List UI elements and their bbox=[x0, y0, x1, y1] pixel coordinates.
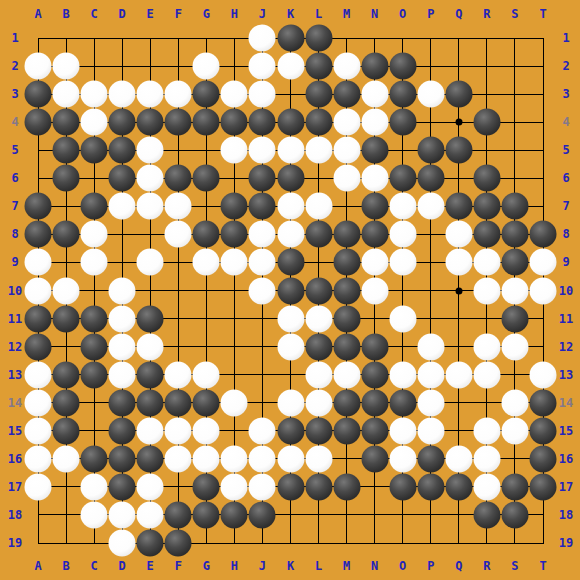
col-label-bottom-R: R bbox=[483, 560, 490, 572]
row-label-left-19: 19 bbox=[8, 537, 22, 549]
stone-black bbox=[305, 277, 332, 304]
stone-white bbox=[193, 53, 220, 80]
col-label-top-A: A bbox=[34, 8, 41, 20]
row-label-left-18: 18 bbox=[8, 509, 22, 521]
stone-white bbox=[193, 249, 220, 276]
stone-white bbox=[305, 361, 332, 388]
col-label-top-N: N bbox=[371, 8, 378, 20]
stone-black bbox=[333, 305, 360, 332]
stone-black bbox=[53, 165, 80, 192]
stone-black bbox=[193, 165, 220, 192]
stone-black bbox=[137, 305, 164, 332]
stone-white bbox=[81, 221, 108, 248]
stone-black bbox=[25, 109, 52, 136]
stone-white bbox=[361, 109, 388, 136]
col-label-top-R: R bbox=[483, 8, 490, 20]
col-label-bottom-N: N bbox=[371, 560, 378, 572]
stone-white bbox=[81, 249, 108, 276]
stone-black bbox=[305, 473, 332, 500]
stone-white bbox=[137, 165, 164, 192]
col-label-top-E: E bbox=[147, 8, 154, 20]
stone-black bbox=[109, 445, 136, 472]
row-label-left-6: 6 bbox=[11, 172, 18, 184]
row-label-left-3: 3 bbox=[11, 88, 18, 100]
row-label-left-15: 15 bbox=[8, 425, 22, 437]
stone-white bbox=[417, 81, 444, 108]
stone-white bbox=[53, 445, 80, 472]
stone-white bbox=[305, 445, 332, 472]
stone-white bbox=[501, 333, 528, 360]
col-label-bottom-J: J bbox=[259, 560, 266, 572]
row-label-right-12: 12 bbox=[559, 341, 573, 353]
stone-black bbox=[137, 361, 164, 388]
stone-white bbox=[221, 81, 248, 108]
col-label-bottom-A: A bbox=[34, 560, 41, 572]
col-label-bottom-P: P bbox=[427, 560, 434, 572]
row-label-left-11: 11 bbox=[8, 313, 22, 325]
stone-white bbox=[277, 137, 304, 164]
row-label-left-7: 7 bbox=[11, 200, 18, 212]
stone-black bbox=[445, 193, 472, 220]
stone-black bbox=[25, 81, 52, 108]
row-label-left-17: 17 bbox=[8, 481, 22, 493]
stone-black bbox=[333, 333, 360, 360]
stone-white bbox=[417, 417, 444, 444]
stone-white bbox=[109, 530, 136, 557]
stone-black bbox=[473, 501, 500, 528]
col-label-top-S: S bbox=[511, 8, 518, 20]
stone-black bbox=[530, 473, 557, 500]
col-label-top-D: D bbox=[119, 8, 126, 20]
stone-black bbox=[361, 445, 388, 472]
stone-white bbox=[25, 473, 52, 500]
row-label-right-19: 19 bbox=[559, 537, 573, 549]
stone-white bbox=[473, 333, 500, 360]
stone-white bbox=[165, 361, 192, 388]
stone-black bbox=[221, 109, 248, 136]
stone-white bbox=[473, 445, 500, 472]
stone-black bbox=[501, 501, 528, 528]
stone-black bbox=[25, 333, 52, 360]
stone-black bbox=[473, 193, 500, 220]
stone-black bbox=[389, 109, 416, 136]
stone-white bbox=[473, 249, 500, 276]
stone-black bbox=[25, 305, 52, 332]
stone-white bbox=[305, 193, 332, 220]
stone-white bbox=[305, 305, 332, 332]
stone-white bbox=[221, 445, 248, 472]
stone-black bbox=[389, 165, 416, 192]
row-label-left-4: 4 bbox=[11, 116, 18, 128]
stone-black bbox=[501, 221, 528, 248]
stone-black bbox=[165, 389, 192, 416]
stone-black bbox=[305, 109, 332, 136]
stone-black bbox=[249, 501, 276, 528]
col-label-top-H: H bbox=[231, 8, 238, 20]
stone-white bbox=[249, 445, 276, 472]
stone-black bbox=[530, 221, 557, 248]
stone-black bbox=[249, 193, 276, 220]
stone-black bbox=[445, 137, 472, 164]
row-label-right-18: 18 bbox=[559, 509, 573, 521]
row-label-right-1: 1 bbox=[562, 32, 569, 44]
row-label-right-9: 9 bbox=[562, 256, 569, 268]
stone-white bbox=[417, 389, 444, 416]
stone-white bbox=[389, 249, 416, 276]
stone-white bbox=[445, 445, 472, 472]
col-label-top-O: O bbox=[399, 8, 406, 20]
stone-black bbox=[137, 389, 164, 416]
stone-white bbox=[249, 81, 276, 108]
stone-black bbox=[53, 361, 80, 388]
stone-white bbox=[361, 277, 388, 304]
stone-white bbox=[249, 249, 276, 276]
stone-white bbox=[530, 361, 557, 388]
stone-black bbox=[249, 165, 276, 192]
stone-black bbox=[277, 165, 304, 192]
row-label-right-16: 16 bbox=[559, 453, 573, 465]
stone-white bbox=[501, 389, 528, 416]
stone-black bbox=[389, 389, 416, 416]
stone-black bbox=[305, 417, 332, 444]
stone-white bbox=[25, 389, 52, 416]
stone-white bbox=[221, 137, 248, 164]
stone-white bbox=[305, 389, 332, 416]
stone-white bbox=[193, 417, 220, 444]
stone-white bbox=[109, 501, 136, 528]
stone-white bbox=[530, 249, 557, 276]
stone-white bbox=[501, 277, 528, 304]
stone-black bbox=[361, 193, 388, 220]
stone-white bbox=[305, 137, 332, 164]
stone-white bbox=[389, 445, 416, 472]
star-point-Q4 bbox=[455, 119, 462, 126]
col-label-bottom-T: T bbox=[539, 560, 546, 572]
stone-black bbox=[305, 221, 332, 248]
stone-black bbox=[473, 109, 500, 136]
stone-white bbox=[53, 53, 80, 80]
stone-black bbox=[277, 417, 304, 444]
stone-black bbox=[445, 473, 472, 500]
row-label-right-5: 5 bbox=[562, 144, 569, 156]
row-label-right-2: 2 bbox=[562, 60, 569, 72]
stone-white bbox=[109, 305, 136, 332]
stone-black bbox=[193, 81, 220, 108]
row-label-right-4: 4 bbox=[562, 116, 569, 128]
col-label-top-J: J bbox=[259, 8, 266, 20]
col-label-bottom-L: L bbox=[315, 560, 322, 572]
stone-black bbox=[333, 473, 360, 500]
col-label-bottom-S: S bbox=[511, 560, 518, 572]
stone-black bbox=[53, 417, 80, 444]
stone-black bbox=[109, 417, 136, 444]
stone-black bbox=[333, 221, 360, 248]
stone-white bbox=[389, 221, 416, 248]
stone-white bbox=[249, 25, 276, 52]
row-label-left-13: 13 bbox=[8, 369, 22, 381]
stone-white bbox=[333, 109, 360, 136]
stone-black bbox=[361, 53, 388, 80]
stone-black bbox=[193, 389, 220, 416]
stone-white bbox=[501, 417, 528, 444]
stone-white bbox=[389, 193, 416, 220]
col-label-top-P: P bbox=[427, 8, 434, 20]
row-label-right-11: 11 bbox=[559, 313, 573, 325]
stone-black bbox=[221, 221, 248, 248]
stone-black bbox=[81, 305, 108, 332]
stone-black bbox=[193, 221, 220, 248]
stone-black bbox=[417, 165, 444, 192]
stone-black bbox=[333, 277, 360, 304]
row-label-right-14: 14 bbox=[559, 397, 573, 409]
stone-white bbox=[165, 417, 192, 444]
stone-black bbox=[417, 445, 444, 472]
stone-white bbox=[389, 305, 416, 332]
stone-black bbox=[221, 501, 248, 528]
stone-white bbox=[333, 361, 360, 388]
go-board[interactable]: AABBCCDDEEFFGGHHJJKKLLMMNNOOPPQQRRSSTT11… bbox=[0, 0, 580, 580]
row-label-right-17: 17 bbox=[559, 481, 573, 493]
stone-white bbox=[81, 109, 108, 136]
stone-white bbox=[165, 193, 192, 220]
stone-black bbox=[165, 501, 192, 528]
row-label-right-7: 7 bbox=[562, 200, 569, 212]
stone-white bbox=[165, 221, 192, 248]
stone-black bbox=[109, 165, 136, 192]
stone-white bbox=[249, 137, 276, 164]
stone-black bbox=[417, 137, 444, 164]
stone-white bbox=[333, 53, 360, 80]
stone-white bbox=[473, 473, 500, 500]
col-label-top-M: M bbox=[343, 8, 350, 20]
stone-black bbox=[473, 165, 500, 192]
stone-white bbox=[165, 445, 192, 472]
stone-white bbox=[249, 277, 276, 304]
stone-black bbox=[305, 333, 332, 360]
stone-black bbox=[530, 389, 557, 416]
stone-black bbox=[109, 473, 136, 500]
stone-black bbox=[53, 221, 80, 248]
stone-white bbox=[109, 193, 136, 220]
stone-white bbox=[25, 277, 52, 304]
col-label-bottom-K: K bbox=[287, 560, 294, 572]
row-label-right-10: 10 bbox=[559, 285, 573, 297]
stone-black bbox=[137, 530, 164, 557]
stone-white bbox=[417, 193, 444, 220]
stone-black bbox=[81, 193, 108, 220]
stone-white bbox=[277, 333, 304, 360]
stone-white bbox=[25, 417, 52, 444]
stone-black bbox=[81, 445, 108, 472]
stone-white bbox=[53, 277, 80, 304]
stone-white bbox=[109, 81, 136, 108]
stone-white bbox=[25, 445, 52, 472]
stone-black bbox=[137, 445, 164, 472]
col-label-top-L: L bbox=[315, 8, 322, 20]
stone-black bbox=[389, 473, 416, 500]
row-label-left-16: 16 bbox=[8, 453, 22, 465]
stone-white bbox=[109, 277, 136, 304]
row-label-left-14: 14 bbox=[8, 397, 22, 409]
stone-white bbox=[361, 249, 388, 276]
row-label-left-2: 2 bbox=[11, 60, 18, 72]
stone-white bbox=[137, 249, 164, 276]
stone-black bbox=[277, 25, 304, 52]
col-label-bottom-D: D bbox=[119, 560, 126, 572]
stone-black bbox=[277, 249, 304, 276]
stone-white bbox=[277, 53, 304, 80]
stone-black bbox=[109, 137, 136, 164]
stone-black bbox=[53, 109, 80, 136]
row-label-left-8: 8 bbox=[11, 228, 18, 240]
stone-black bbox=[165, 109, 192, 136]
stone-black bbox=[81, 137, 108, 164]
stone-black bbox=[53, 389, 80, 416]
stone-white bbox=[530, 277, 557, 304]
col-label-top-C: C bbox=[90, 8, 97, 20]
stone-black bbox=[277, 277, 304, 304]
stone-black bbox=[333, 417, 360, 444]
stone-white bbox=[249, 473, 276, 500]
stone-white bbox=[25, 361, 52, 388]
col-label-bottom-F: F bbox=[175, 560, 182, 572]
stone-black bbox=[361, 417, 388, 444]
row-label-right-3: 3 bbox=[562, 88, 569, 100]
stone-white bbox=[137, 333, 164, 360]
stone-white bbox=[137, 81, 164, 108]
row-label-left-1: 1 bbox=[11, 32, 18, 44]
stone-white bbox=[277, 305, 304, 332]
col-label-top-Q: Q bbox=[455, 8, 462, 20]
stone-black bbox=[361, 361, 388, 388]
row-label-right-13: 13 bbox=[559, 369, 573, 381]
stone-white bbox=[165, 81, 192, 108]
stone-black bbox=[193, 109, 220, 136]
col-label-bottom-H: H bbox=[231, 560, 238, 572]
stone-white bbox=[249, 417, 276, 444]
stone-black bbox=[333, 249, 360, 276]
stone-black bbox=[193, 473, 220, 500]
col-label-top-G: G bbox=[203, 8, 210, 20]
stone-white bbox=[361, 81, 388, 108]
row-label-right-15: 15 bbox=[559, 425, 573, 437]
stone-white bbox=[221, 249, 248, 276]
stone-white bbox=[193, 361, 220, 388]
stone-white bbox=[221, 473, 248, 500]
stone-black bbox=[81, 361, 108, 388]
stone-white bbox=[445, 249, 472, 276]
stone-black bbox=[501, 305, 528, 332]
stone-white bbox=[277, 389, 304, 416]
stone-black bbox=[333, 81, 360, 108]
col-label-bottom-G: G bbox=[203, 560, 210, 572]
row-label-left-9: 9 bbox=[11, 256, 18, 268]
stone-white bbox=[277, 221, 304, 248]
col-label-bottom-O: O bbox=[399, 560, 406, 572]
stone-white bbox=[109, 361, 136, 388]
stone-white bbox=[445, 361, 472, 388]
stone-black bbox=[361, 333, 388, 360]
stone-black bbox=[445, 81, 472, 108]
stone-black bbox=[165, 165, 192, 192]
row-label-left-10: 10 bbox=[8, 285, 22, 297]
star-point-Q10 bbox=[455, 287, 462, 294]
stone-white bbox=[389, 361, 416, 388]
stone-black bbox=[361, 221, 388, 248]
stone-white bbox=[25, 53, 52, 80]
stone-white bbox=[137, 473, 164, 500]
stone-white bbox=[81, 81, 108, 108]
stone-black bbox=[333, 389, 360, 416]
stone-black bbox=[277, 473, 304, 500]
stone-white bbox=[417, 333, 444, 360]
stone-black bbox=[417, 473, 444, 500]
stone-white bbox=[389, 417, 416, 444]
stone-black bbox=[25, 221, 52, 248]
stone-black bbox=[137, 109, 164, 136]
stone-white bbox=[333, 137, 360, 164]
col-label-top-F: F bbox=[175, 8, 182, 20]
stone-black bbox=[361, 137, 388, 164]
stone-white bbox=[473, 277, 500, 304]
stone-black bbox=[305, 53, 332, 80]
stone-black bbox=[305, 25, 332, 52]
stone-black bbox=[53, 305, 80, 332]
col-label-bottom-Q: Q bbox=[455, 560, 462, 572]
row-label-right-6: 6 bbox=[562, 172, 569, 184]
row-label-left-5: 5 bbox=[11, 144, 18, 156]
stone-black bbox=[389, 81, 416, 108]
stone-black bbox=[530, 445, 557, 472]
stone-black bbox=[501, 473, 528, 500]
row-label-left-12: 12 bbox=[8, 341, 22, 353]
stone-black bbox=[53, 137, 80, 164]
stone-white bbox=[417, 361, 444, 388]
stone-black bbox=[277, 109, 304, 136]
stone-white bbox=[109, 333, 136, 360]
stone-white bbox=[473, 361, 500, 388]
stone-black bbox=[389, 53, 416, 80]
stone-black bbox=[530, 417, 557, 444]
stone-white bbox=[81, 501, 108, 528]
stone-black bbox=[109, 109, 136, 136]
col-label-bottom-C: C bbox=[90, 560, 97, 572]
stone-white bbox=[221, 389, 248, 416]
stone-white bbox=[137, 193, 164, 220]
stone-black bbox=[193, 501, 220, 528]
stone-white bbox=[193, 445, 220, 472]
stone-black bbox=[249, 109, 276, 136]
stone-white bbox=[53, 81, 80, 108]
stone-black bbox=[109, 389, 136, 416]
stone-white bbox=[277, 445, 304, 472]
stone-white bbox=[25, 249, 52, 276]
stone-white bbox=[137, 417, 164, 444]
stone-white bbox=[277, 193, 304, 220]
stone-white bbox=[473, 417, 500, 444]
row-label-right-8: 8 bbox=[562, 228, 569, 240]
stone-black bbox=[25, 193, 52, 220]
stone-black bbox=[165, 530, 192, 557]
col-label-top-B: B bbox=[62, 8, 69, 20]
stone-black bbox=[221, 193, 248, 220]
stone-white bbox=[137, 501, 164, 528]
stone-black bbox=[501, 193, 528, 220]
stone-white bbox=[249, 53, 276, 80]
stone-black bbox=[361, 389, 388, 416]
stone-white bbox=[249, 221, 276, 248]
stone-white bbox=[361, 165, 388, 192]
